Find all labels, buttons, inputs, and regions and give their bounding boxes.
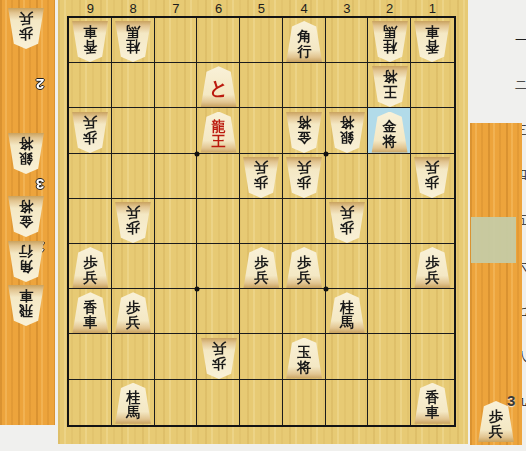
star-point — [195, 151, 200, 156]
board-square-75[interactable] — [155, 199, 198, 244]
board-square-73[interactable] — [155, 108, 198, 153]
board-square-28[interactable] — [368, 334, 411, 379]
board-square-98[interactable] — [69, 334, 112, 379]
board-square-32[interactable] — [326, 63, 369, 108]
board-square-82[interactable] — [112, 63, 155, 108]
file-label-8: 8 — [123, 1, 143, 16]
board-square-42[interactable] — [283, 63, 326, 108]
file-label-7: 7 — [166, 1, 186, 16]
board-square-86[interactable] — [112, 244, 155, 289]
gote-hand-count-silver: 3 — [36, 176, 44, 193]
board-square-95[interactable] — [69, 199, 112, 244]
board-square-27[interactable] — [368, 289, 411, 334]
board-square-49[interactable] — [283, 380, 326, 425]
board-square-38[interactable] — [326, 334, 369, 379]
board-square-78[interactable] — [155, 334, 198, 379]
board-square-65[interactable] — [197, 199, 240, 244]
board-square-99[interactable] — [69, 380, 112, 425]
shogi-app: 987654321 一二三四五六七八九 歩兵3 香車桂馬桂馬香車角行王将と歩兵龍… — [0, 0, 526, 451]
file-label-4: 4 — [294, 1, 314, 16]
board-square-94[interactable] — [69, 154, 112, 199]
board-square-24[interactable] — [368, 154, 411, 199]
star-point — [195, 287, 200, 292]
board-square-88[interactable] — [112, 334, 155, 379]
board-square-83[interactable] — [112, 108, 155, 153]
board-square-76[interactable] — [155, 244, 198, 289]
file-label-9: 9 — [80, 1, 100, 16]
board-square-66[interactable] — [197, 244, 240, 289]
board-square-51[interactable] — [240, 18, 283, 63]
board-square-74[interactable] — [155, 154, 198, 199]
board-square-72[interactable] — [155, 63, 198, 108]
board-square-59[interactable] — [240, 380, 283, 425]
file-label-6: 6 — [209, 1, 229, 16]
board-square-36[interactable] — [326, 244, 369, 289]
board-square-31[interactable] — [326, 18, 369, 63]
board-square-92[interactable] — [69, 63, 112, 108]
board-square-29[interactable] — [368, 380, 411, 425]
board-square-57[interactable] — [240, 289, 283, 334]
board-square-67[interactable] — [197, 289, 240, 334]
board-square-34[interactable] — [326, 154, 369, 199]
sente-captured-tray: 歩兵3 — [470, 123, 522, 445]
star-point — [323, 287, 328, 292]
board-square-12[interactable] — [411, 63, 454, 108]
board-square-47[interactable] — [283, 289, 326, 334]
board-square-39[interactable] — [326, 380, 369, 425]
file-label-3: 3 — [337, 1, 357, 16]
board-square-52[interactable] — [240, 63, 283, 108]
board-square-25[interactable] — [368, 199, 411, 244]
file-label-5: 5 — [251, 1, 271, 16]
board-square-64[interactable] — [197, 154, 240, 199]
rank-label-2: 二 — [514, 77, 526, 95]
board-square-84[interactable] — [112, 154, 155, 199]
board-square-55[interactable] — [240, 199, 283, 244]
star-point — [323, 151, 328, 156]
rank-label-1: 一 — [514, 32, 526, 50]
board-square-18[interactable] — [411, 334, 454, 379]
board-square-13[interactable] — [411, 108, 454, 153]
board-square-61[interactable] — [197, 18, 240, 63]
board-square-79[interactable] — [155, 380, 198, 425]
board-square-53[interactable] — [240, 108, 283, 153]
gote-hand-count-pawn: 2 — [36, 76, 44, 93]
board-square-69[interactable] — [197, 380, 240, 425]
board-square-71[interactable] — [155, 18, 198, 63]
board-square-17[interactable] — [411, 289, 454, 334]
board-square-26[interactable] — [368, 244, 411, 289]
board-square-77[interactable] — [155, 289, 198, 334]
file-label-2: 2 — [380, 1, 400, 16]
hand-slot-highlight — [471, 217, 516, 263]
sente-hand-count-pawn: 3 — [507, 392, 515, 409]
board-square-58[interactable] — [240, 334, 283, 379]
file-label-1: 1 — [422, 1, 442, 16]
board-square-15[interactable] — [411, 199, 454, 244]
board-square-45[interactable] — [283, 199, 326, 244]
